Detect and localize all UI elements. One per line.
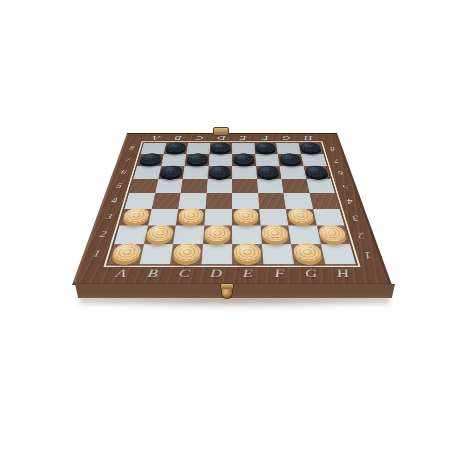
file-label-bottom-c: C (167, 264, 201, 283)
file-label-top-h: H (296, 134, 320, 142)
clasp-knob (221, 289, 233, 299)
file-label-top-e: E (232, 134, 254, 142)
dark-man-b8 (165, 142, 187, 152)
file-label-bottom-g: G (294, 264, 329, 283)
board-scene: ABCDEFGH ABCDEFGH 12345678 12345678 (72, 0, 392, 285)
rank-label-right-5: 5 (332, 179, 358, 193)
product-photo-stage: ABCDEFGH ABCDEFGH 12345678 12345678 (0, 0, 450, 450)
light-man-a1 (111, 243, 142, 261)
dark-man-b6 (160, 166, 184, 178)
file-label-bottom-h: H (325, 264, 362, 283)
light-man-c1 (172, 243, 201, 261)
file-label-top-f: F (253, 134, 276, 142)
rank-label-right-3: 3 (341, 209, 369, 226)
light-man-h2 (318, 225, 348, 241)
dark-man-c7 (186, 153, 208, 164)
rank-label-right-7: 7 (325, 154, 348, 166)
rank-label-left-3: 3 (94, 209, 122, 226)
file-label-top-a: A (144, 134, 168, 142)
light-man-c3 (178, 208, 204, 223)
rank-label-left-2: 2 (88, 225, 118, 243)
light-man-b2 (146, 225, 175, 241)
light-man-d2 (204, 225, 230, 241)
rank-label-left-6: 6 (111, 166, 135, 179)
dark-man-d8 (211, 142, 231, 152)
light-man-g1 (292, 243, 322, 261)
dark-man-h8 (299, 142, 322, 152)
rank-label-left-8: 8 (120, 143, 142, 154)
rank-label-right-1: 1 (352, 244, 384, 264)
dark-man-f6 (257, 166, 280, 178)
rank-label-right-6: 6 (328, 166, 352, 179)
brass-clasp (220, 283, 234, 298)
file-label-bottom-b: B (135, 264, 170, 283)
rank-label-left-1: 1 (80, 244, 112, 264)
dark-man-h6 (304, 166, 329, 178)
file-label-bottom-d: D (200, 264, 232, 283)
file-label-bottom-a: A (102, 264, 139, 283)
rank-label-left-4: 4 (101, 193, 128, 208)
file-label-bottom-e: E (232, 264, 264, 283)
light-man-a3 (122, 208, 150, 223)
rank-label-right-8: 8 (321, 143, 343, 154)
file-label-top-b: B (166, 134, 189, 142)
file-label-top-g: G (275, 134, 298, 142)
dark-man-g7 (279, 153, 302, 164)
rank-label-right-2: 2 (346, 225, 376, 243)
dark-man-f8 (255, 142, 276, 152)
rank-label-left-5: 5 (106, 179, 132, 193)
pieces-layer (108, 143, 356, 265)
dark-man-d6 (209, 166, 231, 178)
light-man-e1 (234, 243, 262, 261)
file-label-bottom-f: F (263, 264, 297, 283)
light-man-g3 (287, 208, 314, 223)
light-man-e3 (233, 208, 258, 223)
file-label-top-c: C (188, 134, 211, 142)
box-front-fade (80, 297, 390, 307)
rank-label-left-7: 7 (116, 154, 139, 166)
brass-hinge-icon (213, 127, 229, 136)
box-front-face (75, 284, 395, 298)
light-man-f2 (262, 225, 289, 241)
dark-man-a7 (139, 153, 162, 164)
rank-label-right-4: 4 (337, 193, 364, 208)
dark-man-e7 (233, 153, 254, 164)
board-top: ABCDEFGH ABCDEFGH 12345678 12345678 (72, 133, 392, 285)
